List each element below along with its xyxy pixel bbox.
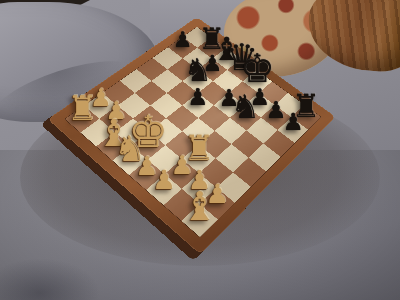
piece-bN-c6[interactable]: ♞ [184, 55, 212, 86]
piece-wR-a1[interactable]: ♜ [67, 91, 98, 125]
piece-bP-d5[interactable]: ♟ [188, 86, 209, 109]
piece-bP-a7[interactable]: ♟ [173, 30, 192, 52]
piece-bN-f6[interactable]: ♞ [231, 91, 260, 123]
piece-wB-h1[interactable]: ♝ [182, 187, 218, 227]
piece-bK-e8[interactable]: ♚ [240, 49, 275, 88]
piece-bP-h7[interactable]: ♟ [282, 111, 303, 135]
piece-wP-f1[interactable]: ♟ [152, 168, 176, 194]
photo-stage: ♜♝♛♚♜♟♟♟♟♟♞♟♞♟♜♟♟♚♟♟♟♜♝♞♟♟♝ [0, 0, 400, 300]
